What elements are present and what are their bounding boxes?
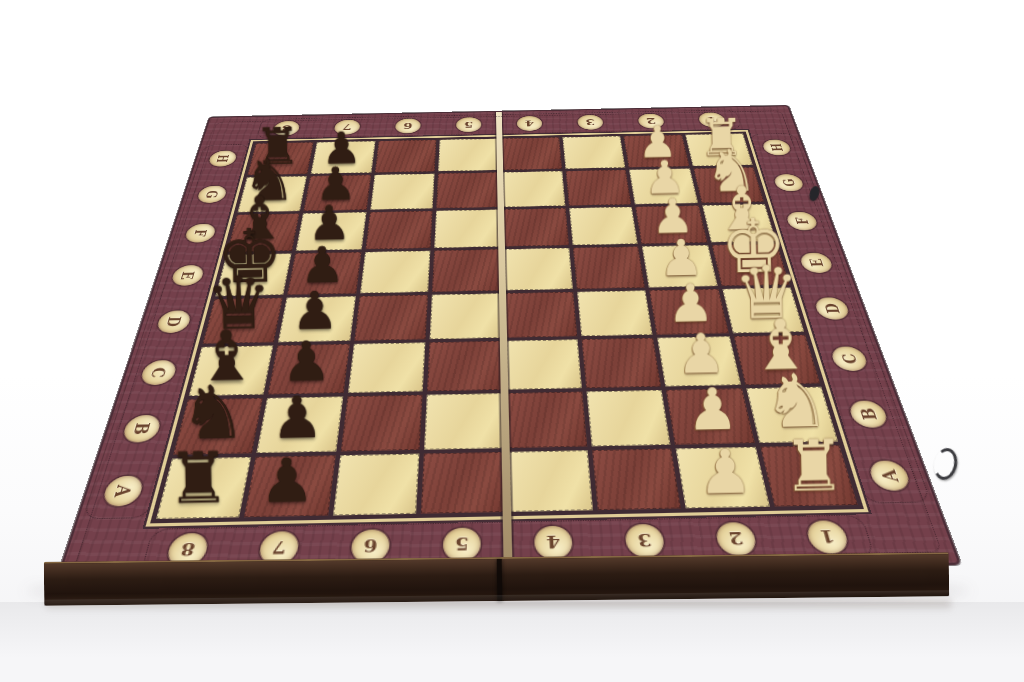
square-g3[interactable]	[566, 170, 632, 206]
square-h3[interactable]	[562, 136, 625, 169]
square-f6[interactable]	[365, 211, 432, 250]
piece-black-rook[interactable]: ♜	[166, 444, 230, 512]
square-a1[interactable]: ♜	[760, 445, 858, 507]
file-label-left-a: A	[101, 475, 146, 506]
square-f4[interactable]	[503, 208, 569, 247]
rank-label-back-5: 5	[456, 117, 481, 132]
file-label-left-b: B	[121, 415, 163, 443]
square-a7[interactable]: ♟	[244, 455, 335, 517]
file-label-right-f: F	[785, 212, 819, 231]
file-label-left-f: F	[183, 224, 217, 243]
rank-label-front-4: 4	[534, 526, 573, 560]
file-label-right-a: A	[867, 460, 913, 491]
rank-label-front-3: 3	[624, 524, 666, 558]
file-label-right-c: C	[829, 346, 870, 371]
square-a6[interactable]	[333, 453, 420, 515]
piece-white-pawn[interactable]: ♟	[687, 383, 740, 439]
square-c6[interactable]	[348, 342, 426, 393]
table-surface	[0, 602, 1024, 682]
square-d3[interactable]	[577, 290, 653, 336]
file-label-right-d: D	[813, 297, 851, 320]
square-b7[interactable]: ♟	[257, 397, 343, 453]
piece-white-pawn[interactable]: ♟	[698, 443, 754, 502]
square-f5[interactable]	[434, 209, 499, 248]
square-a8[interactable]: ♜	[156, 457, 251, 519]
square-a3[interactable]	[592, 448, 681, 510]
photo-scene: 87654321 87654321 HGFEDCBA HGFEDCBA ♜♟♟♜…	[0, 0, 1024, 682]
file-label-left-c: C	[139, 360, 179, 385]
file-label-left-g: G	[196, 186, 228, 204]
square-h4[interactable]	[501, 137, 562, 170]
folded-box-front-side	[44, 552, 949, 605]
rank-label-back-3: 3	[577, 115, 604, 130]
file-label-left-e: E	[170, 265, 205, 286]
rank-label-front-2: 2	[714, 522, 758, 556]
square-d6[interactable]	[354, 294, 428, 340]
square-b4[interactable]	[507, 392, 587, 448]
file-label-right-b: B	[847, 400, 890, 428]
square-c3[interactable]	[582, 338, 662, 389]
square-b6[interactable]	[341, 395, 423, 451]
file-label-left-h: H	[207, 151, 238, 167]
file-label-left-d: D	[155, 310, 192, 333]
rank-label-back-6: 6	[395, 118, 421, 133]
file-label-right-h: H	[761, 140, 792, 156]
piece-white-rook[interactable]: ♜	[781, 432, 845, 500]
square-c4[interactable]	[506, 339, 582, 390]
square-g5[interactable]	[436, 173, 499, 209]
square-d5[interactable]	[430, 293, 502, 339]
square-e4[interactable]	[504, 248, 573, 290]
square-g6[interactable]	[370, 174, 434, 210]
square-h6[interactable]	[375, 140, 437, 173]
piece-black-pawn[interactable]: ♟	[259, 452, 315, 511]
file-label-right-e: E	[798, 253, 834, 274]
square-g4[interactable]	[502, 171, 565, 207]
square-e3[interactable]	[573, 247, 645, 289]
piece-black-pawn[interactable]: ♟	[281, 336, 331, 389]
square-c5[interactable]	[427, 341, 502, 392]
square-h5[interactable]	[438, 139, 498, 172]
rank-label-front-1: 1	[804, 520, 851, 554]
chess-board-3d: 87654321 87654321 HGFEDCBA HGFEDCBA ♜♟♟♜…	[55, 105, 962, 583]
clasp-ring-icon[interactable]	[931, 446, 960, 482]
square-d4[interactable]	[505, 292, 578, 338]
square-e6[interactable]	[360, 251, 430, 293]
square-b3[interactable]	[586, 390, 670, 446]
square-b5[interactable]	[424, 393, 503, 449]
square-f3[interactable]	[569, 207, 638, 246]
piece-white-pawn[interactable]: ♟	[677, 328, 727, 381]
square-a4[interactable]	[508, 450, 593, 512]
file-label-right-g: G	[773, 174, 806, 192]
square-a2[interactable]: ♟	[676, 447, 770, 509]
table-reflection	[46, 600, 951, 611]
rank-label-back-4: 4	[517, 116, 543, 131]
square-e5[interactable]	[432, 249, 500, 291]
square-a5[interactable]	[421, 452, 504, 514]
piece-black-pawn[interactable]: ♟	[270, 391, 323, 447]
